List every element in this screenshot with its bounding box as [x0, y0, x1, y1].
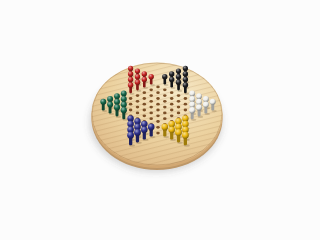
- product-photo-stage: [0, 0, 320, 240]
- peg-head: [135, 80, 141, 86]
- hole-r9-c1[interactable]: [129, 103, 133, 106]
- peg-head: [142, 71, 147, 76]
- peg-head: [114, 104, 120, 110]
- hole-r10-c2[interactable]: [129, 109, 133, 112]
- hole-r9-c3[interactable]: [143, 109, 147, 112]
- peg-head: [189, 96, 195, 102]
- hole-r5-c6[interactable]: [170, 97, 174, 100]
- hole-r9-c2[interactable]: [136, 106, 140, 109]
- peg-head: [114, 99, 120, 105]
- hole-r9-c4[interactable]: [149, 112, 153, 115]
- peg-head: [128, 77, 133, 82]
- peg-head: [128, 66, 133, 71]
- peg-head: [142, 77, 147, 82]
- hole-r7-c2[interactable]: [143, 97, 147, 100]
- peg-head: [128, 82, 134, 88]
- hole-r6-c3[interactable]: [149, 94, 153, 97]
- peg-head: [183, 71, 188, 76]
- peg-head: [182, 132, 189, 139]
- peg-head: [134, 129, 141, 136]
- peg-head: [175, 118, 181, 124]
- peg-head: [107, 102, 113, 108]
- peg-head: [182, 115, 188, 121]
- hole-r8-c6[interactable]: [170, 114, 174, 117]
- peg-head: [121, 91, 127, 97]
- hole-r6-c5[interactable]: [163, 100, 167, 103]
- peg-head: [176, 80, 182, 86]
- hole-r6-c8[interactable]: [184, 109, 188, 112]
- hole-r5-c4[interactable]: [156, 91, 160, 94]
- hole-r10-c5[interactable]: [149, 117, 153, 120]
- peg-head: [162, 124, 169, 131]
- peg-head: [210, 99, 216, 105]
- peg-head: [127, 132, 134, 139]
- peg-head: [100, 99, 106, 105]
- peg-head: [114, 93, 120, 99]
- hole-r7-c7[interactable]: [177, 112, 181, 115]
- peg-head: [149, 74, 154, 79]
- peg-head: [162, 74, 167, 79]
- hole-r4-c7[interactable]: [177, 94, 181, 97]
- peg-head: [135, 69, 140, 74]
- peg-head: [176, 69, 181, 74]
- peg-head: [175, 129, 182, 136]
- hole-r8-c0[interactable]: [129, 97, 133, 100]
- peg-head: [135, 74, 140, 79]
- peg-head: [141, 126, 148, 133]
- hole-r11-c7[interactable]: [156, 126, 160, 129]
- peg-head: [127, 115, 133, 121]
- hole-r9-c5[interactable]: [156, 114, 160, 117]
- chinese-checkers-board: [0, 0, 320, 240]
- hole-r8-c2[interactable]: [143, 103, 147, 106]
- hole-r10-c4[interactable]: [143, 114, 147, 117]
- peg-head: [183, 82, 189, 88]
- peg-head: [189, 107, 195, 113]
- hole-r12-c8[interactable]: [156, 132, 160, 135]
- peg-head: [128, 71, 133, 76]
- hole-r5-c8[interactable]: [184, 103, 188, 106]
- peg-head: [168, 126, 175, 133]
- peg-head: [196, 104, 202, 110]
- peg-head: [196, 99, 202, 105]
- hole-r5-c7[interactable]: [177, 100, 181, 103]
- peg-head: [189, 102, 195, 108]
- peg-head: [183, 66, 188, 71]
- peg-head: [121, 107, 127, 113]
- peg-head: [196, 93, 202, 99]
- peg-head: [107, 96, 113, 102]
- hole-r8-c5[interactable]: [163, 112, 167, 115]
- hole-r7-c3[interactable]: [149, 100, 153, 103]
- hole-r8-c1[interactable]: [136, 100, 140, 103]
- peg-head: [176, 74, 181, 79]
- hole-r4-c6[interactable]: [170, 91, 174, 94]
- hole-r4-c5[interactable]: [163, 88, 167, 91]
- hole-r7-c4[interactable]: [156, 103, 160, 106]
- peg-head: [134, 118, 140, 124]
- hole-r8-c4[interactable]: [156, 109, 160, 112]
- hole-r6-c2[interactable]: [143, 91, 147, 94]
- peg-head: [121, 96, 127, 102]
- peg-head: [183, 77, 188, 82]
- hole-r5-c3[interactable]: [149, 88, 153, 91]
- hole-r4-c4[interactable]: [156, 86, 160, 89]
- peg-head: [203, 102, 209, 108]
- hole-r5-c5[interactable]: [163, 94, 167, 97]
- peg-head: [169, 77, 174, 82]
- hole-r6-c6[interactable]: [170, 103, 174, 106]
- peg-head: [121, 102, 127, 108]
- hole-r7-c6[interactable]: [170, 109, 174, 112]
- peg-head: [203, 96, 209, 102]
- hole-r6-c4[interactable]: [156, 97, 160, 100]
- hole-r7-c5[interactable]: [163, 106, 167, 109]
- hole-r7-c1[interactable]: [136, 94, 140, 97]
- peg-head: [169, 71, 174, 76]
- hole-r8-c3[interactable]: [149, 106, 153, 109]
- hole-r4-c8[interactable]: [184, 97, 188, 100]
- peg-head: [148, 124, 155, 131]
- hole-r10-c3[interactable]: [136, 112, 140, 115]
- hole-r10-c6[interactable]: [156, 120, 160, 123]
- hole-r6-c7[interactable]: [177, 106, 181, 109]
- peg-head: [189, 91, 195, 97]
- hole-r9-c6[interactable]: [163, 117, 167, 120]
